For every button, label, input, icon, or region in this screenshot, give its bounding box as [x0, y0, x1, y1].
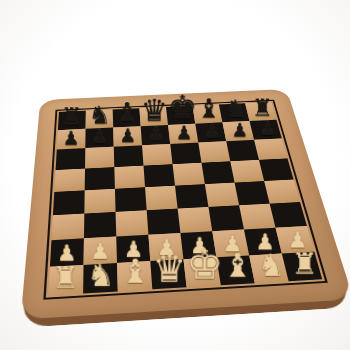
square-g7[interactable]: ♟ [222, 121, 254, 141]
piece-black-rook[interactable]: ♜ [58, 105, 86, 128]
square-h4[interactable] [264, 179, 300, 203]
piece-black-pawn[interactable]: ♟ [198, 122, 226, 140]
square-a7[interactable]: ♟ [57, 128, 86, 149]
square-d4[interactable] [145, 185, 178, 210]
piece-black-rook[interactable]: ♜ [249, 96, 276, 118]
square-g5[interactable] [230, 159, 264, 182]
piece-black-bishop[interactable]: ♝ [195, 96, 222, 121]
square-c5[interactable] [114, 165, 145, 188]
square-c6[interactable] [114, 145, 144, 167]
square-h5[interactable] [259, 158, 294, 181]
piece-black-pawn[interactable]: ♟ [170, 124, 198, 142]
piece-white-knight[interactable]: ♞ [254, 251, 288, 280]
square-e1[interactable]: ♚ [183, 257, 220, 287]
square-b7[interactable]: ♟ [85, 127, 113, 148]
square-e6[interactable] [170, 142, 201, 164]
square-d5[interactable] [143, 164, 175, 187]
square-e4[interactable] [175, 184, 208, 208]
square-e5[interactable] [173, 162, 205, 185]
square-b3[interactable] [84, 211, 116, 237]
piece-black-pawn[interactable]: ♟ [114, 126, 142, 144]
piece-white-queen[interactable]: ♛ [152, 250, 186, 286]
square-b4[interactable] [84, 188, 115, 213]
square-f7[interactable]: ♟ [195, 122, 226, 142]
square-a4[interactable] [53, 190, 85, 215]
piece-black-knight[interactable]: ♞ [222, 97, 249, 120]
square-a1[interactable]: ♜ [48, 264, 83, 295]
square-b1[interactable]: ♞ [83, 262, 118, 292]
square-a3[interactable] [51, 213, 84, 240]
square-e3[interactable] [178, 206, 213, 232]
piece-black-pawn[interactable]: ♟ [226, 121, 254, 139]
square-c4[interactable] [115, 187, 147, 212]
square-c7[interactable]: ♟ [113, 126, 142, 146]
square-d1[interactable]: ♛ [150, 259, 186, 289]
square-h3[interactable] [270, 201, 307, 227]
square-d6[interactable] [142, 143, 172, 165]
square-g4[interactable] [235, 181, 270, 205]
piece-black-pawn[interactable]: ♟ [142, 125, 170, 143]
square-c1[interactable]: ♝ [117, 261, 152, 291]
square-b6[interactable] [85, 146, 114, 168]
piece-white-king[interactable]: ♚ [186, 245, 220, 284]
square-g6[interactable] [226, 139, 259, 160]
piece-black-pawn[interactable]: ♟ [254, 120, 282, 138]
board-play-area: ♜♞♝♛♚♝♞♜♟♟♟♟♟♟♟♟♟♟♟♟♟♟♟♟♜♞♝♛♚♝♞♜ [43, 99, 328, 299]
chess-board: ♜♞♝♛♚♝♞♜♟♟♟♟♟♟♟♟♟♟♟♟♟♟♟♟♜♞♝♛♚♝♞♜ [21, 89, 350, 319]
square-h6[interactable] [254, 138, 287, 159]
square-a5[interactable] [54, 168, 85, 191]
scene-caption: Wooden chess set on a natural beech boar… [0, 0, 1, 1]
square-c3[interactable] [116, 210, 149, 236]
piece-white-rook[interactable]: ♜ [48, 263, 83, 291]
piece-white-bishop[interactable]: ♝ [118, 256, 152, 288]
square-f4[interactable] [205, 182, 239, 206]
square-f5[interactable] [201, 161, 234, 184]
square-d3[interactable] [147, 208, 181, 234]
piece-white-knight[interactable]: ♞ [83, 260, 118, 290]
square-e7[interactable]: ♟ [168, 123, 198, 143]
square-f3[interactable] [208, 205, 244, 231]
board-frame: ♜♞♝♛♚♝♞♜♟♟♟♟♟♟♟♟♟♟♟♟♟♟♟♟♜♞♝♛♚♝♞♜ [21, 89, 350, 319]
square-g1[interactable]: ♞ [249, 253, 288, 283]
board-grid: ♜♞♝♛♚♝♞♜♟♟♟♟♟♟♟♟♟♟♟♟♟♟♟♟♜♞♝♛♚♝♞♜ [48, 102, 322, 295]
piece-black-pawn[interactable]: ♟ [57, 129, 85, 147]
piece-black-pawn[interactable]: ♟ [85, 128, 113, 146]
piece-black-king[interactable]: ♚ [168, 91, 195, 122]
piece-black-bishop[interactable]: ♝ [113, 100, 140, 125]
piece-black-queen[interactable]: ♛ [141, 95, 168, 124]
product-photo: ♜♞♝♛♚♝♞♜♟♟♟♟♟♟♟♟♟♟♟♟♟♟♟♟♜♞♝♛♚♝♞♜ Wooden … [0, 0, 350, 350]
square-b5[interactable] [85, 167, 115, 190]
piece-white-rook[interactable]: ♜ [288, 250, 322, 278]
square-d7[interactable]: ♟ [141, 124, 171, 144]
square-h7[interactable]: ♟ [249, 119, 281, 139]
square-f6[interactable] [198, 141, 230, 162]
piece-black-knight[interactable]: ♞ [86, 103, 113, 126]
piece-white-bishop[interactable]: ♝ [220, 250, 254, 281]
square-a6[interactable] [56, 148, 86, 170]
